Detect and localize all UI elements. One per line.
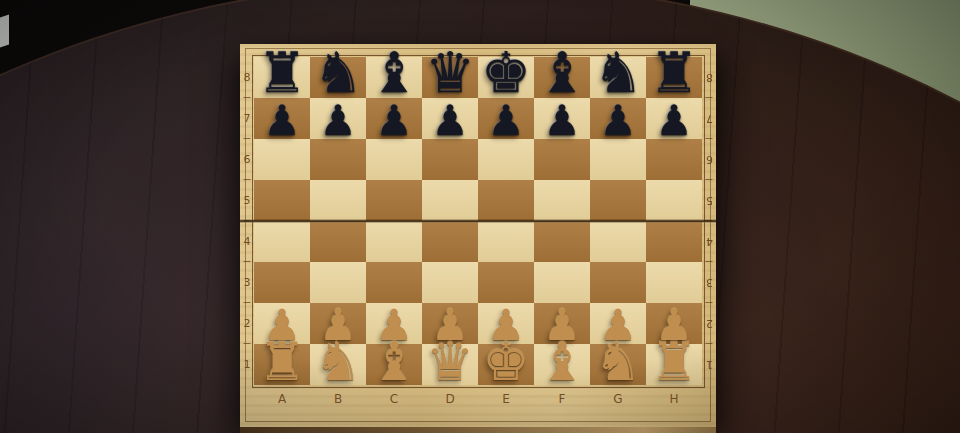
file-label-h: H [646,392,702,406]
piece-bP-a7[interactable]: ♟ [254,82,310,142]
piece-wN-g1[interactable]: ♞ [590,328,646,388]
rank-label-left-7: 7 [240,98,254,139]
piece-bP-b7[interactable]: ♟ [310,82,366,142]
piece-wQ-d1[interactable]: ♛ [422,328,478,388]
piece-bP-e7[interactable]: ♟ [478,82,534,142]
piece-bP-f7[interactable]: ♟ [534,82,590,142]
rank-label-right-8: 8 [702,57,716,98]
rank-label-left-8: 8 [240,57,254,98]
piece-wB-c1[interactable]: ♝ [366,328,422,388]
piece-wN-b1[interactable]: ♞ [310,328,366,388]
piece-wB-f1[interactable]: ♝ [534,328,590,388]
piece-bP-c7[interactable]: ♟ [366,82,422,142]
window-light-sliver [0,15,9,48]
rank-label-right-6: 6 [702,139,716,180]
board-side-edge [240,427,716,433]
rank-label-right-1: 1 [702,344,716,385]
file-label-a: A [254,392,310,406]
rank-label-left-1: 1 [240,344,254,385]
file-label-c: C [366,392,422,406]
chess-board: ♜♞♝♛♚♝♞♜♟♟♟♟♟♟♟♟♟♟♟♟♟♟♟♟♜♞♝♛♚♝♞♜ 8765432… [240,44,716,427]
file-label-b: B [310,392,366,406]
scene: ♜♞♝♛♚♝♞♜♟♟♟♟♟♟♟♟♟♟♟♟♟♟♟♟♜♞♝♛♚♝♞♜ 8765432… [0,0,960,433]
file-label-e: E [478,392,534,406]
piece-wR-a1[interactable]: ♜ [254,328,310,388]
piece-bP-h7[interactable]: ♟ [646,82,702,142]
piece-bP-d7[interactable]: ♟ [422,82,478,142]
rank-label-left-6: 6 [240,139,254,180]
rank-label-left-4: 4 [240,221,254,262]
rank-label-left-5: 5 [240,180,254,221]
piece-bP-g7[interactable]: ♟ [590,82,646,142]
file-labels: ABCDEFGH [254,392,702,406]
rank-label-right-2: 2 [702,303,716,344]
file-label-d: D [422,392,478,406]
rank-label-left-3: 3 [240,262,254,303]
file-label-f: F [534,392,590,406]
rank-label-right-5: 5 [702,180,716,221]
piece-wR-h1[interactable]: ♜ [646,328,702,388]
file-label-g: G [590,392,646,406]
rank-label-left-2: 2 [240,303,254,344]
rank-label-right-7: 7 [702,98,716,139]
piece-wK-e1[interactable]: ♚ [478,328,534,388]
rank-label-right-4: 4 [702,221,716,262]
rank-label-right-3: 3 [702,262,716,303]
pieces-layer: ♜♞♝♛♚♝♞♜♟♟♟♟♟♟♟♟♟♟♟♟♟♟♟♟♜♞♝♛♚♝♞♜ [254,57,702,385]
